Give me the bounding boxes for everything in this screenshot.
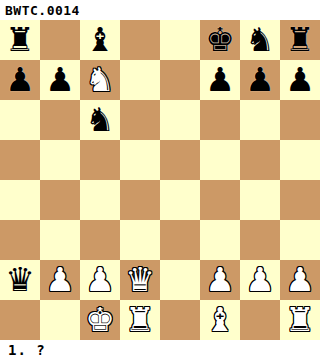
square-f5[interactable] [200, 140, 240, 180]
square-d8[interactable] [120, 20, 160, 60]
square-g5[interactable] [240, 140, 280, 180]
square-h8[interactable]: ♜ [280, 20, 320, 60]
white-queen: ♛ [125, 260, 155, 300]
chess-board: ♜♝♚♞♜♟♟♞♟♟♟♞♛♟♟♛♟♟♟♚♜♝♜ [0, 20, 320, 340]
square-e6[interactable] [160, 100, 200, 140]
square-g4[interactable] [240, 180, 280, 220]
black-king: ♚ [205, 20, 235, 60]
square-f2[interactable]: ♟ [200, 260, 240, 300]
square-d4[interactable] [120, 180, 160, 220]
square-d6[interactable] [120, 100, 160, 140]
square-g6[interactable] [240, 100, 280, 140]
square-b5[interactable] [40, 140, 80, 180]
black-pawn: ♟ [285, 60, 315, 100]
square-h2[interactable]: ♟ [280, 260, 320, 300]
black-pawn: ♟ [205, 60, 235, 100]
square-f7[interactable]: ♟ [200, 60, 240, 100]
square-e1[interactable] [160, 300, 200, 340]
square-a1[interactable] [0, 300, 40, 340]
square-a8[interactable]: ♜ [0, 20, 40, 60]
square-h7[interactable]: ♟ [280, 60, 320, 100]
black-queen: ♛ [5, 260, 35, 300]
black-pawn: ♟ [245, 60, 275, 100]
square-f3[interactable] [200, 220, 240, 260]
square-e3[interactable] [160, 220, 200, 260]
white-pawn: ♟ [245, 260, 275, 300]
white-pawn: ♟ [85, 260, 115, 300]
white-pawn: ♟ [45, 260, 75, 300]
square-h4[interactable] [280, 180, 320, 220]
square-d2[interactable]: ♛ [120, 260, 160, 300]
square-e5[interactable] [160, 140, 200, 180]
square-g3[interactable] [240, 220, 280, 260]
black-pawn: ♟ [5, 60, 35, 100]
black-knight: ♞ [85, 100, 115, 140]
square-e8[interactable] [160, 20, 200, 60]
black-rook: ♜ [285, 20, 315, 60]
square-b7[interactable]: ♟ [40, 60, 80, 100]
square-d3[interactable] [120, 220, 160, 260]
square-c5[interactable] [80, 140, 120, 180]
square-f8[interactable]: ♚ [200, 20, 240, 60]
square-c3[interactable] [80, 220, 120, 260]
square-h5[interactable] [280, 140, 320, 180]
square-d7[interactable] [120, 60, 160, 100]
square-h1[interactable]: ♜ [280, 300, 320, 340]
black-pawn: ♟ [45, 60, 75, 100]
square-g8[interactable]: ♞ [240, 20, 280, 60]
square-b8[interactable] [40, 20, 80, 60]
white-pawn: ♟ [285, 260, 315, 300]
square-b1[interactable] [40, 300, 80, 340]
square-a4[interactable] [0, 180, 40, 220]
white-rook: ♜ [285, 300, 315, 340]
square-c2[interactable]: ♟ [80, 260, 120, 300]
square-b6[interactable] [40, 100, 80, 140]
square-b3[interactable] [40, 220, 80, 260]
square-h3[interactable] [280, 220, 320, 260]
square-f6[interactable] [200, 100, 240, 140]
square-f4[interactable] [200, 180, 240, 220]
square-c6[interactable]: ♞ [80, 100, 120, 140]
move-prompt: 1. ? [0, 340, 320, 360]
square-a3[interactable] [0, 220, 40, 260]
square-g1[interactable] [240, 300, 280, 340]
white-knight: ♞ [85, 60, 115, 100]
square-a2[interactable]: ♛ [0, 260, 40, 300]
white-king: ♚ [85, 300, 115, 340]
black-rook: ♜ [5, 20, 35, 60]
black-bishop: ♝ [85, 20, 115, 60]
square-h6[interactable] [280, 100, 320, 140]
square-d1[interactable]: ♜ [120, 300, 160, 340]
black-knight: ♞ [245, 20, 275, 60]
square-c1[interactable]: ♚ [80, 300, 120, 340]
square-b2[interactable]: ♟ [40, 260, 80, 300]
square-a6[interactable] [0, 100, 40, 140]
square-d5[interactable] [120, 140, 160, 180]
square-e4[interactable] [160, 180, 200, 220]
white-rook: ♜ [125, 300, 155, 340]
square-g7[interactable]: ♟ [240, 60, 280, 100]
square-a7[interactable]: ♟ [0, 60, 40, 100]
white-pawn: ♟ [205, 260, 235, 300]
square-a5[interactable] [0, 140, 40, 180]
diagram-title: BWTC.0014 [0, 0, 320, 20]
square-e7[interactable] [160, 60, 200, 100]
square-f1[interactable]: ♝ [200, 300, 240, 340]
square-c7[interactable]: ♞ [80, 60, 120, 100]
white-bishop: ♝ [205, 300, 235, 340]
square-c8[interactable]: ♝ [80, 20, 120, 60]
square-g2[interactable]: ♟ [240, 260, 280, 300]
square-b4[interactable] [40, 180, 80, 220]
square-c4[interactable] [80, 180, 120, 220]
square-e2[interactable] [160, 260, 200, 300]
